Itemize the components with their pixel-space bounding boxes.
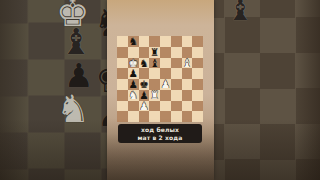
square-b1 (128, 111, 139, 122)
square-e7 (160, 47, 171, 58)
bg-bishop-top-right-icon: ♝ (227, 0, 253, 25)
square-d5 (149, 68, 160, 79)
square-e1 (160, 111, 171, 122)
square-f5 (171, 68, 182, 79)
square-a8 (117, 36, 128, 47)
square-e2 (160, 101, 171, 112)
bg-white-knight-icon: ♞ (56, 90, 90, 128)
square-a2 (117, 101, 128, 112)
bg-black-knight-edge-icon: ♞ (93, 2, 107, 42)
square-g8 (182, 36, 193, 47)
black-knight-c6: ♞ (139, 57, 148, 68)
square-d1 (149, 111, 160, 122)
square-a4 (117, 79, 128, 90)
square-g1 (182, 111, 193, 122)
square-a7 (117, 47, 128, 58)
video-frame[interactable]: ♚♝♟♞♞♚♟ ♝ ♞♜♚♞♝♝♟♟♚♟♞♟♜♟ ход белых мат в… (0, 0, 320, 180)
white-rook-d3: ♜ (150, 89, 159, 100)
white-knight-b3: ♞ (128, 89, 137, 100)
black-bishop-d6: ♝ (150, 57, 159, 68)
square-f1 (171, 111, 182, 122)
square-a5 (117, 68, 128, 79)
square-d2 (149, 101, 160, 112)
square-c6: ♞ (139, 58, 150, 69)
bg-dark-bishop-icon: ♝ (60, 24, 92, 60)
white-pawn-e4: ♟ (161, 79, 170, 90)
square-h1 (192, 111, 203, 122)
square-e4: ♟ (160, 79, 171, 90)
square-d6: ♝ (149, 58, 160, 69)
caption-task: мат в 2 хода (138, 134, 183, 141)
square-h6 (192, 58, 203, 69)
square-c2: ♟ (139, 101, 150, 112)
square-b8: ♞ (128, 36, 139, 47)
square-h3 (192, 90, 203, 101)
background-board-right: ♝ (214, 0, 320, 180)
white-pawn-c2: ♟ (139, 100, 148, 111)
black-knight-b8: ♞ (128, 36, 137, 47)
square-g3 (182, 90, 193, 101)
square-h5 (192, 68, 203, 79)
square-e8 (160, 36, 171, 47)
square-e3 (160, 90, 171, 101)
square-f8 (171, 36, 182, 47)
square-h7 (192, 47, 203, 58)
square-a6 (117, 58, 128, 69)
square-f7 (171, 47, 182, 58)
chess-board: ♞♜♚♞♝♝♟♟♚♟♞♟♜♟ (117, 36, 203, 122)
square-g2 (182, 101, 193, 112)
background-board-left: ♚♝♟♞♞♚♟ (0, 0, 107, 180)
caption-side-to-move: ход белых (141, 126, 179, 133)
square-f4 (171, 79, 182, 90)
bg-black-king-edge-icon: ♚ (95, 58, 107, 98)
square-g4 (182, 79, 193, 90)
square-a1 (117, 111, 128, 122)
square-e6 (160, 58, 171, 69)
square-h8 (192, 36, 203, 47)
square-g6: ♝ (182, 58, 193, 69)
square-h2 (192, 101, 203, 112)
square-g5 (182, 68, 193, 79)
square-c8 (139, 36, 150, 47)
square-b3: ♞ (128, 90, 139, 101)
square-h4 (192, 79, 203, 90)
square-f3 (171, 90, 182, 101)
puzzle-caption: ход белых мат в 2 хода (118, 124, 202, 143)
square-f2 (171, 101, 182, 112)
square-c1 (139, 111, 150, 122)
white-bishop-g6: ♝ (182, 57, 191, 68)
square-b2 (128, 101, 139, 112)
square-f6 (171, 58, 182, 69)
bg-black-pawn-edge-icon: ♟ (97, 96, 107, 132)
square-d3: ♜ (149, 90, 160, 101)
square-a3 (117, 90, 128, 101)
